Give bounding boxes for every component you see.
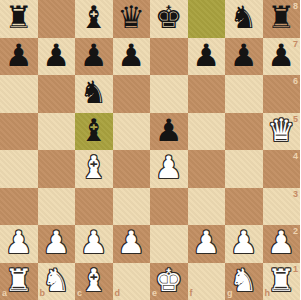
square-h6[interactable]: 6: [263, 75, 301, 113]
black-queen-icon[interactable]: ♛︎: [117, 0, 145, 37]
black-knight-icon[interactable]: ♞︎: [230, 0, 258, 37]
square-e2[interactable]: [150, 225, 188, 263]
square-e5[interactable]: ♟︎: [150, 113, 188, 151]
square-c4[interactable]: ♝︎: [75, 150, 113, 188]
black-pawn-icon[interactable]: ♟︎: [5, 37, 33, 75]
square-f3[interactable]: [188, 188, 226, 226]
square-e6[interactable]: [150, 75, 188, 113]
white-knight-icon[interactable]: ♞︎: [42, 262, 70, 300]
square-a3[interactable]: [0, 188, 38, 226]
black-pawn-icon[interactable]: ♟︎: [42, 37, 70, 75]
square-d6[interactable]: [113, 75, 151, 113]
white-pawn-icon[interactable]: ♟︎: [117, 224, 145, 262]
square-d7[interactable]: ♟︎: [113, 38, 151, 76]
coord-file-d: d: [115, 289, 121, 298]
square-f1[interactable]: f: [188, 263, 226, 300]
square-h5[interactable]: ♛︎5: [263, 113, 301, 151]
square-f8[interactable]: [188, 0, 226, 38]
square-h3[interactable]: 3: [263, 188, 301, 226]
square-d5[interactable]: [113, 113, 151, 151]
black-king-icon[interactable]: ♚︎: [155, 0, 183, 37]
square-c2[interactable]: ♟︎: [75, 225, 113, 263]
square-e7[interactable]: [150, 38, 188, 76]
square-h7[interactable]: ♟︎7: [263, 38, 301, 76]
square-a6[interactable]: [0, 75, 38, 113]
black-bishop-icon[interactable]: ♝︎: [80, 112, 108, 150]
white-king-icon[interactable]: ♚︎: [155, 262, 183, 300]
square-d4[interactable]: [113, 150, 151, 188]
square-c6[interactable]: ♞︎: [75, 75, 113, 113]
square-e3[interactable]: [150, 188, 188, 226]
square-a4[interactable]: [0, 150, 38, 188]
square-f2[interactable]: ♟︎: [188, 225, 226, 263]
white-pawn-icon[interactable]: ♟︎: [192, 224, 220, 262]
square-b4[interactable]: [38, 150, 76, 188]
square-g3[interactable]: [225, 188, 263, 226]
square-b7[interactable]: ♟︎: [38, 38, 76, 76]
square-f4[interactable]: [188, 150, 226, 188]
square-e8[interactable]: ♚︎: [150, 0, 188, 38]
coord-rank-4: 4: [293, 152, 298, 161]
square-d3[interactable]: [113, 188, 151, 226]
square-g8[interactable]: ♞︎: [225, 0, 263, 38]
square-c3[interactable]: [75, 188, 113, 226]
chess-board: ♜︎♝︎♛︎♚︎♞︎♜︎8♟︎♟︎♟︎♟︎♟︎♟︎♟︎7♞︎6♝︎♟︎♛︎5♝︎…: [0, 0, 300, 300]
white-queen-icon[interactable]: ♛︎: [267, 112, 295, 150]
white-pawn-icon[interactable]: ♟︎: [267, 224, 295, 262]
square-a1[interactable]: ♜︎a: [0, 263, 38, 300]
square-f5[interactable]: [188, 113, 226, 151]
square-b6[interactable]: [38, 75, 76, 113]
square-b2[interactable]: ♟︎: [38, 225, 76, 263]
white-pawn-icon[interactable]: ♟︎: [80, 224, 108, 262]
black-pawn-icon[interactable]: ♟︎: [80, 37, 108, 75]
square-d1[interactable]: d: [113, 263, 151, 300]
square-c1[interactable]: ♝︎c: [75, 263, 113, 300]
white-pawn-icon[interactable]: ♟︎: [5, 224, 33, 262]
square-c5[interactable]: ♝︎: [75, 113, 113, 151]
square-g5[interactable]: [225, 113, 263, 151]
square-d8[interactable]: ♛︎: [113, 0, 151, 38]
square-f7[interactable]: ♟︎: [188, 38, 226, 76]
black-pawn-icon[interactable]: ♟︎: [117, 37, 145, 75]
white-pawn-icon[interactable]: ♟︎: [230, 224, 258, 262]
square-e4[interactable]: ♟︎: [150, 150, 188, 188]
white-pawn-icon[interactable]: ♟︎: [155, 149, 183, 187]
black-pawn-icon[interactable]: ♟︎: [155, 112, 183, 150]
coord-file-f: f: [190, 289, 193, 298]
white-bishop-icon[interactable]: ♝︎: [80, 262, 108, 300]
square-c7[interactable]: ♟︎: [75, 38, 113, 76]
black-rook-icon[interactable]: ♜︎: [267, 0, 295, 37]
square-c8[interactable]: ♝︎: [75, 0, 113, 38]
white-rook-icon[interactable]: ♜︎: [5, 262, 33, 300]
square-a2[interactable]: ♟︎: [0, 225, 38, 263]
square-b1[interactable]: ♞︎b: [38, 263, 76, 300]
square-g4[interactable]: [225, 150, 263, 188]
white-pawn-icon[interactable]: ♟︎: [42, 224, 70, 262]
coord-rank-3: 3: [293, 190, 298, 199]
square-b3[interactable]: [38, 188, 76, 226]
square-h4[interactable]: 4: [263, 150, 301, 188]
black-pawn-icon[interactable]: ♟︎: [192, 37, 220, 75]
square-d2[interactable]: ♟︎: [113, 225, 151, 263]
square-a7[interactable]: ♟︎: [0, 38, 38, 76]
square-g6[interactable]: [225, 75, 263, 113]
black-pawn-icon[interactable]: ♟︎: [230, 37, 258, 75]
square-g1[interactable]: ♞︎g: [225, 263, 263, 300]
white-knight-icon[interactable]: ♞︎: [230, 262, 258, 300]
square-b8[interactable]: [38, 0, 76, 38]
coord-rank-6: 6: [293, 77, 298, 86]
square-g2[interactable]: ♟︎: [225, 225, 263, 263]
square-h8[interactable]: ♜︎8: [263, 0, 301, 38]
square-g7[interactable]: ♟︎: [225, 38, 263, 76]
square-e1[interactable]: ♚︎e: [150, 263, 188, 300]
square-h1[interactable]: ♜︎1h: [263, 263, 301, 300]
square-b5[interactable]: [38, 113, 76, 151]
black-rook-icon[interactable]: ♜︎: [5, 0, 33, 37]
white-bishop-icon[interactable]: ♝︎: [80, 149, 108, 187]
white-rook-icon[interactable]: ♜︎: [267, 262, 295, 300]
square-h2[interactable]: ♟︎2: [263, 225, 301, 263]
square-f6[interactable]: [188, 75, 226, 113]
black-pawn-icon[interactable]: ♟︎: [267, 37, 295, 75]
square-a8[interactable]: ♜︎: [0, 0, 38, 38]
square-a5[interactable]: [0, 113, 38, 151]
black-bishop-icon[interactable]: ♝︎: [80, 0, 108, 37]
black-knight-icon[interactable]: ♞︎: [80, 74, 108, 112]
